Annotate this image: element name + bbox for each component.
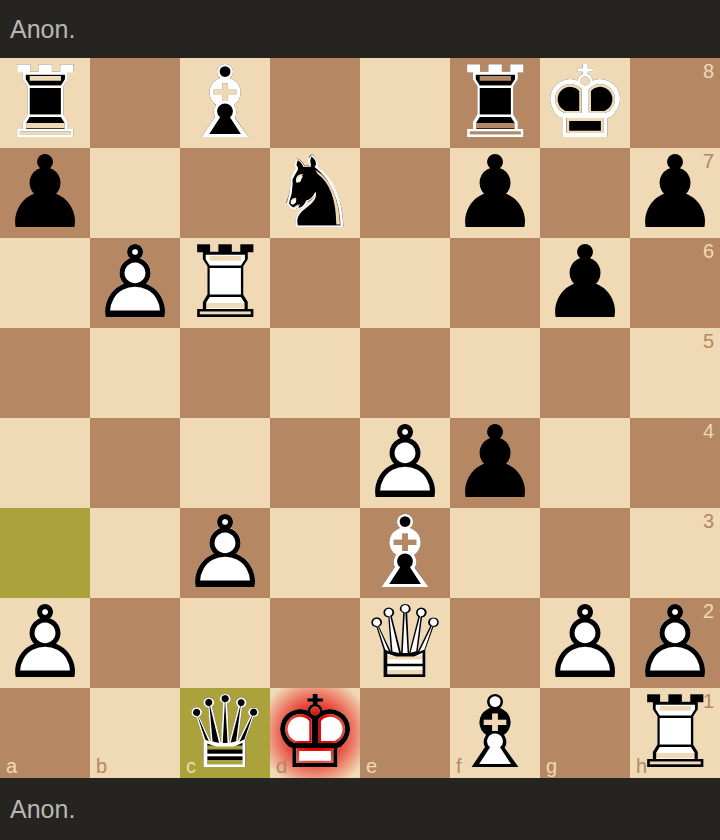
square-c8[interactable]: ♝♗ xyxy=(180,58,270,148)
piece-glyph-base: ♟ xyxy=(540,598,630,688)
square-c6[interactable]: ♜♖ xyxy=(180,238,270,328)
square-d7[interactable]: ♞♘ xyxy=(270,148,360,238)
square-a1[interactable]: a xyxy=(0,688,90,778)
piece-white-pawn[interactable]: ♟♙ xyxy=(360,418,450,508)
piece-black-king[interactable]: ♚♔ xyxy=(540,58,630,148)
square-b5[interactable] xyxy=(90,328,180,418)
piece-glyph-base: ♛ xyxy=(180,688,270,778)
piece-black-pawn[interactable]: ♟ xyxy=(630,148,720,238)
square-h7[interactable]: ♟7 xyxy=(630,148,720,238)
square-f2[interactable] xyxy=(450,598,540,688)
piece-glyph-outline: ♙ xyxy=(180,508,270,598)
square-f5[interactable] xyxy=(450,328,540,418)
coord-rank-4: 4 xyxy=(703,420,714,443)
square-e4[interactable]: ♟♙ xyxy=(360,418,450,508)
square-f8[interactable]: ♜♖ xyxy=(450,58,540,148)
square-c7[interactable] xyxy=(180,148,270,238)
piece-glyph-base: ♟ xyxy=(0,148,90,238)
piece-black-bishop[interactable]: ♝♗ xyxy=(360,508,450,598)
piece-white-queen[interactable]: ♛♕ xyxy=(360,598,450,688)
square-g4[interactable] xyxy=(540,418,630,508)
square-e6[interactable] xyxy=(360,238,450,328)
square-f1[interactable]: ♝♗f xyxy=(450,688,540,778)
piece-white-king[interactable]: ♚♔ xyxy=(270,688,360,778)
coord-file-e: e xyxy=(366,755,377,778)
piece-white-rook[interactable]: ♜♖ xyxy=(180,238,270,328)
piece-glyph-outline: ♔ xyxy=(270,688,360,778)
piece-white-pawn[interactable]: ♟♙ xyxy=(180,508,270,598)
square-g5[interactable] xyxy=(540,328,630,418)
square-e8[interactable] xyxy=(360,58,450,148)
square-h6[interactable]: 6 xyxy=(630,238,720,328)
square-a6[interactable] xyxy=(0,238,90,328)
square-b3[interactable] xyxy=(90,508,180,598)
square-h1[interactable]: ♜♖1h xyxy=(630,688,720,778)
square-h3[interactable]: 3 xyxy=(630,508,720,598)
chess-board: ♜♖♝♗♜♖♚♔8♟♞♘♟♟7♟♙♜♖♟65♟♙♟4♟♙♝♗3♟♙♛♕♟♙♟♙2… xyxy=(0,58,720,778)
piece-black-knight[interactable]: ♞♘ xyxy=(270,148,360,238)
piece-black-pawn[interactable]: ♟ xyxy=(0,148,90,238)
piece-glyph-base: ♟ xyxy=(540,238,630,328)
coord-file-a: a xyxy=(6,755,17,778)
square-c4[interactable] xyxy=(180,418,270,508)
bottom-player-bar: Anon. xyxy=(0,778,720,840)
square-b1[interactable]: b xyxy=(90,688,180,778)
bottom-player-name: Anon. xyxy=(10,795,75,824)
square-e2[interactable]: ♛♕ xyxy=(360,598,450,688)
piece-black-rook[interactable]: ♜♖ xyxy=(0,58,90,148)
top-player-name: Anon. xyxy=(10,15,75,44)
coord-file-g: g xyxy=(546,755,557,778)
coord-file-b: b xyxy=(96,755,107,778)
square-e7[interactable] xyxy=(360,148,450,238)
piece-black-queen[interactable]: ♛♕ xyxy=(180,688,270,778)
piece-glyph-base: ♟ xyxy=(360,418,450,508)
square-g2[interactable]: ♟♙ xyxy=(540,598,630,688)
piece-white-rook[interactable]: ♜♖ xyxy=(630,688,720,778)
piece-black-rook[interactable]: ♜♖ xyxy=(450,58,540,148)
piece-glyph-outline: ♙ xyxy=(630,598,720,688)
square-e3[interactable]: ♝♗ xyxy=(360,508,450,598)
piece-white-pawn[interactable]: ♟♙ xyxy=(540,598,630,688)
piece-glyph-outline: ♖ xyxy=(0,58,90,148)
piece-glyph-outline: ♖ xyxy=(450,58,540,148)
piece-glyph-base: ♝ xyxy=(180,58,270,148)
piece-glyph-base: ♟ xyxy=(630,148,720,238)
piece-glyph-base: ♜ xyxy=(450,58,540,148)
piece-glyph-outline: ♖ xyxy=(180,238,270,328)
piece-glyph-base: ♟ xyxy=(0,598,90,688)
square-a5[interactable] xyxy=(0,328,90,418)
piece-glyph-base: ♝ xyxy=(450,688,540,778)
piece-glyph-base: ♛ xyxy=(360,598,450,688)
square-d5[interactable] xyxy=(270,328,360,418)
square-g1[interactable]: g xyxy=(540,688,630,778)
square-g3[interactable] xyxy=(540,508,630,598)
piece-glyph-outline: ♖ xyxy=(630,688,720,778)
square-b8[interactable] xyxy=(90,58,180,148)
square-h5[interactable]: 5 xyxy=(630,328,720,418)
square-d2[interactable] xyxy=(270,598,360,688)
square-d4[interactable] xyxy=(270,418,360,508)
square-h2[interactable]: ♟♙2 xyxy=(630,598,720,688)
square-d6[interactable] xyxy=(270,238,360,328)
piece-glyph-base: ♜ xyxy=(180,238,270,328)
square-h4[interactable]: 4 xyxy=(630,418,720,508)
square-a2[interactable]: ♟♙ xyxy=(0,598,90,688)
square-g7[interactable] xyxy=(540,148,630,238)
piece-glyph-outline: ♙ xyxy=(360,418,450,508)
top-player-bar: Anon. xyxy=(0,0,720,58)
coord-rank-3: 3 xyxy=(703,510,714,533)
piece-glyph-outline: ♕ xyxy=(180,688,270,778)
piece-glyph-base: ♚ xyxy=(270,688,360,778)
piece-glyph-outline: ♙ xyxy=(540,598,630,688)
square-b4[interactable] xyxy=(90,418,180,508)
piece-glyph-outline: ♙ xyxy=(90,238,180,328)
piece-glyph-base: ♟ xyxy=(450,418,540,508)
piece-white-bishop[interactable]: ♝♗ xyxy=(450,688,540,778)
piece-glyph-outline: ♗ xyxy=(450,688,540,778)
piece-glyph-base: ♟ xyxy=(180,508,270,598)
piece-black-pawn[interactable]: ♟ xyxy=(450,418,540,508)
square-c1[interactable]: ♛♕c xyxy=(180,688,270,778)
piece-glyph-base: ♜ xyxy=(630,688,720,778)
piece-glyph-base: ♟ xyxy=(90,238,180,328)
square-a8[interactable]: ♜♖ xyxy=(0,58,90,148)
coord-rank-5: 5 xyxy=(703,330,714,353)
square-a3[interactable] xyxy=(0,508,90,598)
piece-glyph-base: ♞ xyxy=(270,148,360,238)
piece-glyph-outline: ♗ xyxy=(180,58,270,148)
square-b2[interactable] xyxy=(90,598,180,688)
square-d1[interactable]: ♚♔d xyxy=(270,688,360,778)
piece-black-pawn[interactable]: ♟ xyxy=(450,148,540,238)
square-c2[interactable] xyxy=(180,598,270,688)
piece-white-pawn[interactable]: ♟♙ xyxy=(0,598,90,688)
square-e1[interactable]: e xyxy=(360,688,450,778)
piece-black-bishop[interactable]: ♝♗ xyxy=(180,58,270,148)
square-f7[interactable]: ♟ xyxy=(450,148,540,238)
square-g8[interactable]: ♚♔ xyxy=(540,58,630,148)
square-b7[interactable] xyxy=(90,148,180,238)
piece-glyph-outline: ♕ xyxy=(360,598,450,688)
piece-glyph-base: ♜ xyxy=(0,58,90,148)
square-f6[interactable] xyxy=(450,238,540,328)
square-d8[interactable] xyxy=(270,58,360,148)
square-a7[interactable]: ♟ xyxy=(0,148,90,238)
piece-glyph-outline: ♗ xyxy=(360,508,450,598)
square-f3[interactable] xyxy=(450,508,540,598)
square-c5[interactable] xyxy=(180,328,270,418)
piece-glyph-base: ♟ xyxy=(450,148,540,238)
square-d3[interactable] xyxy=(270,508,360,598)
piece-white-pawn[interactable]: ♟♙ xyxy=(90,238,180,328)
square-a4[interactable] xyxy=(0,418,90,508)
piece-white-pawn[interactable]: ♟♙ xyxy=(630,598,720,688)
piece-glyph-outline: ♘ xyxy=(270,148,360,238)
piece-glyph-outline: ♔ xyxy=(540,58,630,148)
square-e5[interactable] xyxy=(360,328,450,418)
piece-glyph-base: ♝ xyxy=(360,508,450,598)
piece-glyph-outline: ♙ xyxy=(0,598,90,688)
square-h8[interactable]: 8 xyxy=(630,58,720,148)
piece-glyph-base: ♟ xyxy=(630,598,720,688)
piece-black-pawn[interactable]: ♟ xyxy=(540,238,630,328)
square-c3[interactable]: ♟♙ xyxy=(180,508,270,598)
square-b6[interactable]: ♟♙ xyxy=(90,238,180,328)
coord-rank-8: 8 xyxy=(703,60,714,83)
coord-rank-6: 6 xyxy=(703,240,714,263)
piece-glyph-base: ♚ xyxy=(540,58,630,148)
square-f4[interactable]: ♟ xyxy=(450,418,540,508)
app-root: Anon. ♜♖♝♗♜♖♚♔8♟♞♘♟♟7♟♙♜♖♟65♟♙♟4♟♙♝♗3♟♙♛… xyxy=(0,0,720,840)
square-g6[interactable]: ♟ xyxy=(540,238,630,328)
